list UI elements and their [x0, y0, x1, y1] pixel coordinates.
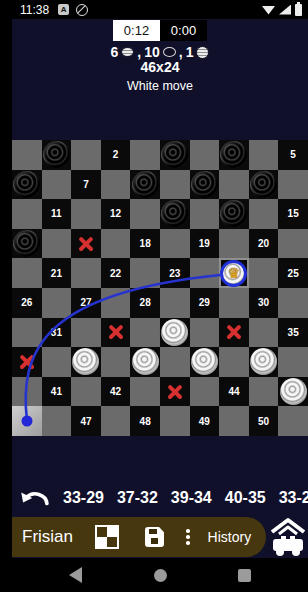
black-man-icon	[163, 47, 176, 57]
white-man[interactable]	[280, 378, 307, 405]
black-man[interactable]	[220, 200, 247, 227]
square-number: 29	[199, 297, 210, 308]
square-13[interactable]	[160, 199, 190, 229]
square-36[interactable]	[12, 347, 42, 377]
do-not-disturb-icon	[76, 4, 88, 16]
square-18[interactable]: 18	[130, 229, 160, 259]
square-3[interactable]	[160, 140, 190, 170]
square-11[interactable]: 11	[42, 199, 72, 229]
light-square	[278, 347, 308, 377]
square-16[interactable]	[12, 229, 42, 259]
square-number: 47	[80, 416, 91, 427]
separator: ,	[137, 44, 141, 60]
square-20[interactable]: 20	[249, 229, 279, 259]
square-number: 15	[288, 208, 299, 219]
square-number: 5	[290, 149, 296, 160]
cell-signal-icon	[279, 5, 291, 15]
square-23[interactable]: 23	[160, 258, 190, 288]
square-number: 28	[140, 297, 151, 308]
square-31[interactable]: 31	[42, 318, 72, 348]
square-19[interactable]: 19	[190, 229, 220, 259]
move-item-0[interactable]: 33-29	[63, 489, 104, 507]
square-number: 22	[110, 268, 121, 279]
battery-icon	[295, 4, 302, 16]
app-screen: 11:38 A 0:12 0:00 6 , 10 , 1 46x24 White…	[12, 0, 308, 592]
square-number: 27	[80, 297, 91, 308]
light-square	[160, 229, 190, 259]
square-number: 18	[140, 238, 151, 249]
white-king[interactable]: ♛	[220, 260, 247, 287]
square-22[interactable]: 22	[101, 258, 131, 288]
square-47[interactable]: 47	[71, 406, 101, 436]
light-square	[130, 377, 160, 407]
light-square	[130, 199, 160, 229]
square-46[interactable]	[12, 406, 42, 436]
square-42[interactable]: 42	[101, 377, 131, 407]
android-nav-bar	[12, 558, 308, 592]
square-number: 20	[258, 238, 269, 249]
square-14[interactable]	[219, 199, 249, 229]
square-number: 21	[51, 268, 62, 279]
bottom-toolbar: Frisian History	[12, 517, 266, 557]
square-38[interactable]	[130, 347, 160, 377]
square-30[interactable]: 30	[249, 288, 279, 318]
board-icon[interactable]	[95, 525, 119, 549]
light-square	[101, 229, 131, 259]
light-square	[249, 140, 279, 170]
move-history-row: 33-2937-3239-3440-3533-2837	[12, 486, 308, 510]
recents-icon[interactable]	[238, 569, 251, 582]
square-number: 48	[140, 416, 151, 427]
light-square	[160, 347, 190, 377]
move-item-4[interactable]: 33-28	[279, 489, 308, 507]
game-clocks: 0:12 0:00	[12, 20, 308, 41]
square-number: 12	[110, 208, 121, 219]
square-50[interactable]: 50	[249, 406, 279, 436]
light-square	[249, 318, 279, 348]
crown-icon: ♛	[228, 266, 241, 280]
square-17[interactable]	[71, 229, 101, 259]
square-35[interactable]: 35	[278, 318, 308, 348]
light-square	[42, 229, 72, 259]
current-move-label: 46x24	[12, 59, 308, 75]
white-man-icon	[121, 47, 134, 57]
square-9[interactable]	[190, 170, 220, 200]
white-men-count: 6	[111, 44, 119, 60]
light-square	[219, 229, 249, 259]
square-48[interactable]: 48	[130, 406, 160, 436]
black-men-count: 10	[144, 44, 160, 60]
black-man[interactable]	[132, 171, 159, 198]
square-44[interactable]: 44	[219, 377, 249, 407]
notification-icon: A	[58, 4, 69, 15]
light-square	[42, 288, 72, 318]
square-8[interactable]	[130, 170, 160, 200]
square-number: 2	[113, 149, 119, 160]
black-man[interactable]	[13, 230, 40, 257]
white-man[interactable]	[250, 348, 277, 375]
variant-title[interactable]: Frisian	[22, 527, 73, 547]
square-33[interactable]	[160, 318, 190, 348]
undo-arrow-icon[interactable]	[20, 487, 50, 509]
light-square	[190, 377, 220, 407]
save-icon[interactable]	[145, 527, 164, 547]
move-item-2[interactable]: 39-34	[171, 489, 212, 507]
light-square	[130, 258, 160, 288]
square-12[interactable]: 12	[101, 199, 131, 229]
white-king-icon	[196, 46, 209, 59]
square-10[interactable]	[249, 170, 279, 200]
light-square	[249, 377, 279, 407]
square-number: 26	[21, 297, 32, 308]
light-square	[160, 406, 190, 436]
square-number: 23	[169, 268, 180, 279]
light-square	[278, 170, 308, 200]
light-square	[278, 406, 308, 436]
square-29[interactable]: 29	[190, 288, 220, 318]
square-number: 49	[199, 416, 210, 427]
light-square	[160, 288, 190, 318]
black-man[interactable]	[161, 141, 188, 168]
square-number: 19	[199, 238, 210, 249]
home-icon[interactable]	[154, 569, 167, 582]
square-number: 41	[51, 386, 62, 397]
square-27[interactable]: 27	[71, 288, 101, 318]
white-man[interactable]	[191, 348, 218, 375]
light-square	[278, 229, 308, 259]
light-square	[219, 170, 249, 200]
square-number: 25	[288, 268, 299, 279]
light-square	[71, 140, 101, 170]
square-number: 11	[51, 208, 62, 219]
capture-x-mark	[77, 235, 95, 253]
capture-x-mark	[225, 323, 243, 341]
white-man[interactable]	[161, 319, 188, 346]
clock-time: 11:38	[20, 3, 49, 17]
square-21[interactable]: 21	[42, 258, 72, 288]
light-square	[71, 318, 101, 348]
light-square	[219, 288, 249, 318]
square-40[interactable]	[249, 347, 279, 377]
square-41[interactable]: 41	[42, 377, 72, 407]
square-number: 7	[83, 179, 89, 190]
square-number: 35	[288, 327, 299, 338]
light-square	[130, 318, 160, 348]
light-square	[101, 170, 131, 200]
square-24[interactable]: ♛	[219, 258, 249, 288]
light-square	[219, 347, 249, 377]
overflow-menu-icon[interactable]	[186, 529, 190, 545]
black-man[interactable]	[220, 141, 247, 168]
black-man[interactable]	[250, 171, 277, 198]
light-square	[278, 288, 308, 318]
wifi-icon	[262, 5, 275, 15]
light-square	[190, 258, 220, 288]
square-25[interactable]: 25	[278, 258, 308, 288]
light-square	[249, 258, 279, 288]
separator: ,	[179, 44, 183, 60]
square-34[interactable]	[219, 318, 249, 348]
square-number: 31	[51, 327, 62, 338]
capture-x-mark	[18, 353, 36, 371]
square-number: 42	[110, 386, 121, 397]
square-43[interactable]	[160, 377, 190, 407]
square-number: 30	[258, 297, 269, 308]
black-man[interactable]	[161, 200, 188, 227]
move-item-3[interactable]: 40-35	[225, 489, 266, 507]
square-26[interactable]: 26	[12, 288, 42, 318]
square-4[interactable]	[219, 140, 249, 170]
piece-count-line: 6 , 10 , 1	[12, 44, 308, 60]
square-45[interactable]	[278, 377, 308, 407]
light-square	[12, 199, 42, 229]
square-7[interactable]: 7	[71, 170, 101, 200]
history-button[interactable]: History	[208, 529, 252, 545]
square-39[interactable]	[190, 347, 220, 377]
light-square	[190, 199, 220, 229]
light-square	[42, 406, 72, 436]
garage-chevron-icon[interactable]	[267, 514, 308, 560]
capture-x-mark	[166, 383, 184, 401]
square-28[interactable]: 28	[130, 288, 160, 318]
light-square	[71, 199, 101, 229]
light-square	[101, 406, 131, 436]
move-origin-dot	[22, 416, 32, 426]
board[interactable]: 257111215181920212223♛252627282930313541…	[12, 140, 308, 436]
white-man[interactable]	[72, 348, 99, 375]
black-man[interactable]	[191, 171, 218, 198]
black-man[interactable]	[43, 141, 70, 168]
square-15[interactable]: 15	[278, 199, 308, 229]
light-square	[249, 199, 279, 229]
light-square	[190, 318, 220, 348]
light-square	[42, 347, 72, 377]
square-2[interactable]: 2	[101, 140, 131, 170]
square-49[interactable]: 49	[190, 406, 220, 436]
light-square	[101, 347, 131, 377]
square-5[interactable]: 5	[278, 140, 308, 170]
square-6[interactable]	[12, 170, 42, 200]
light-square	[71, 258, 101, 288]
black-man[interactable]	[13, 171, 40, 198]
white-kings-count: 1	[186, 44, 194, 60]
square-number: 50	[258, 416, 269, 427]
light-square	[71, 377, 101, 407]
light-square	[160, 170, 190, 200]
move-item-1[interactable]: 37-32	[117, 489, 158, 507]
light-square	[12, 318, 42, 348]
square-number: 44	[228, 386, 239, 397]
square-1[interactable]	[42, 140, 72, 170]
status-bar: 11:38 A	[12, 0, 308, 19]
light-square	[190, 140, 220, 170]
turn-indicator: White move	[12, 79, 308, 93]
light-square	[12, 140, 42, 170]
light-square	[101, 288, 131, 318]
light-square	[12, 377, 42, 407]
white-man[interactable]	[132, 348, 159, 375]
light-square	[12, 258, 42, 288]
square-37[interactable]	[71, 347, 101, 377]
square-32[interactable]	[101, 318, 131, 348]
capture-x-mark	[107, 323, 125, 341]
light-square	[130, 140, 160, 170]
white-clock: 0:12	[113, 20, 160, 41]
light-square	[219, 406, 249, 436]
back-icon[interactable]	[69, 567, 82, 583]
light-square	[42, 170, 72, 200]
black-clock: 0:00	[160, 20, 207, 41]
